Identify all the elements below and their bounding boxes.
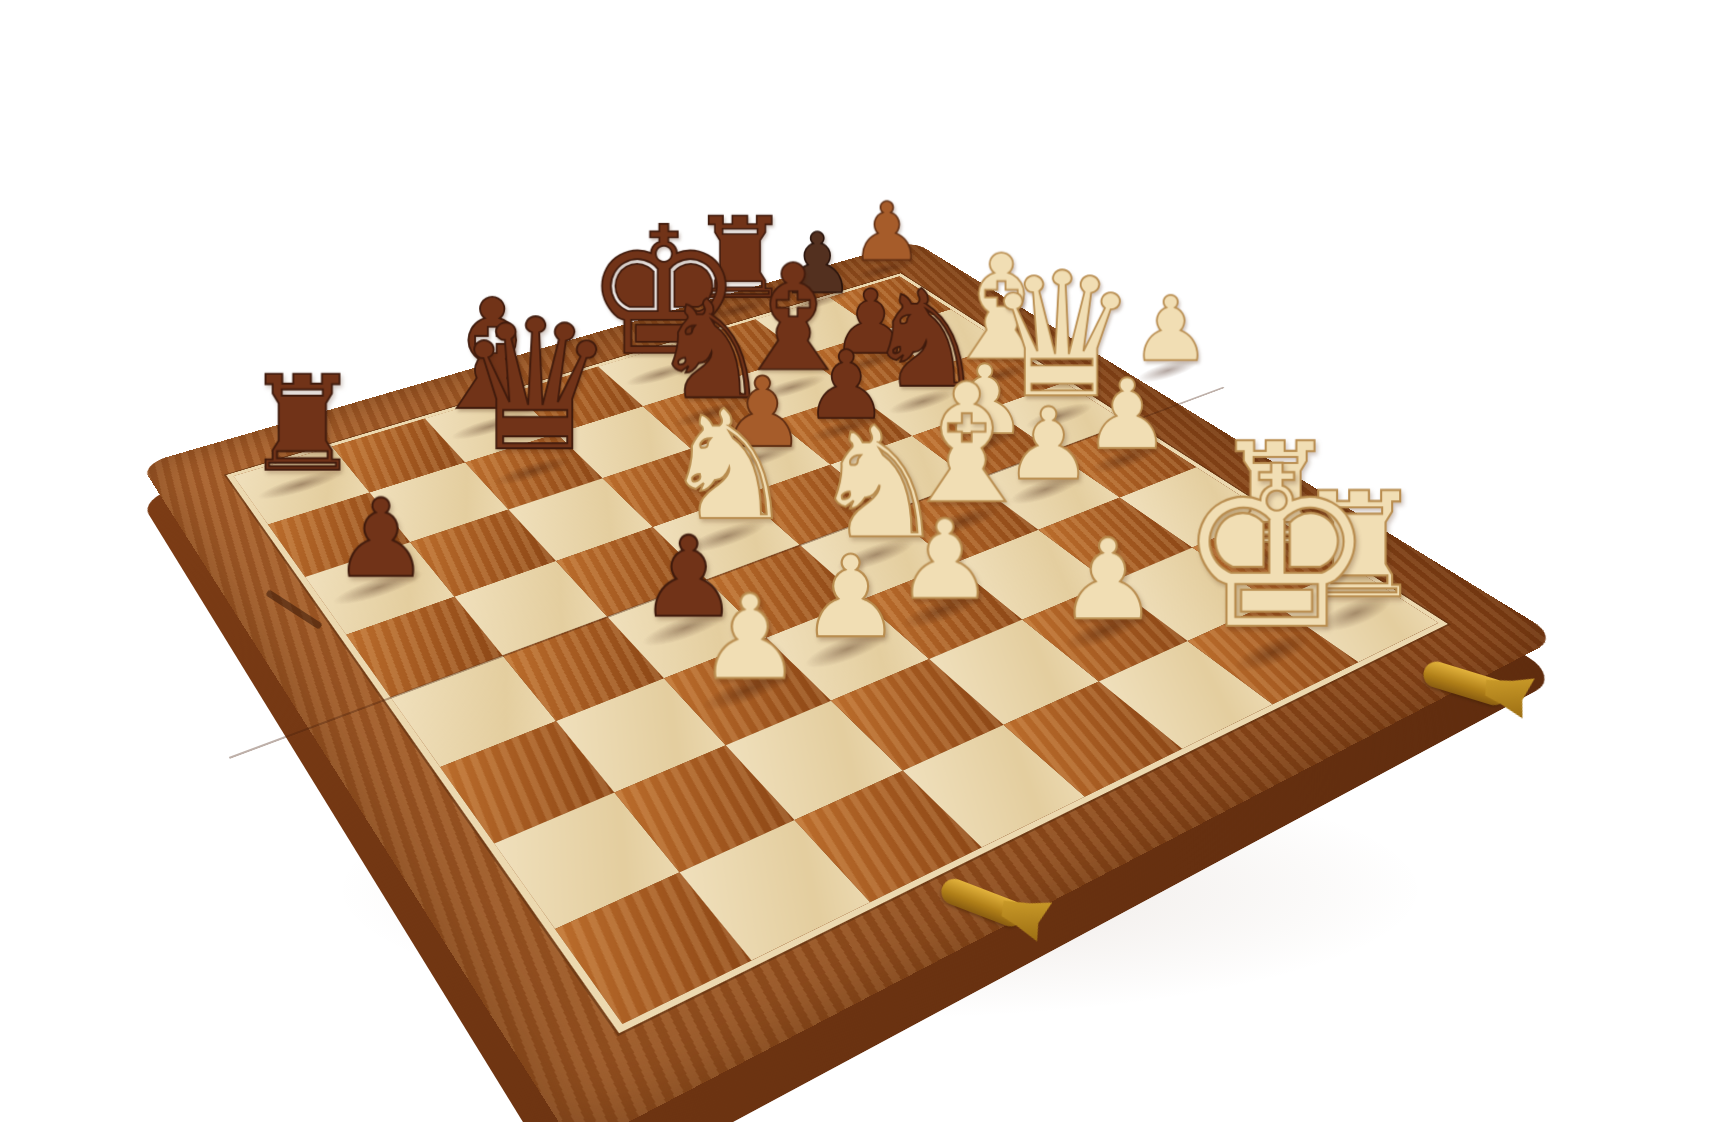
folding-chessboard: ♜♝♚♛♞♝♟♟♟♟♞♝♞♟♛♟♞♝♟♟♟♟♟♟♜♚♜♜♟♟♟ [141,241,1559,1122]
light-pawn-glyph: ♟ [800,544,901,651]
light-pawn-glyph: ♟ [698,582,802,693]
light-pawn-glyph: ♟ [896,509,994,613]
pieces-layer: ♜♝♚♛♞♝♟♟♟♟♞♝♞♟♛♟♞♝♟♟♟♟♟♟♜♚♜♜♟♟♟ [141,241,1559,1122]
chess-set-photo: ♜♝♚♛♞♝♟♟♟♟♞♝♞♟♛♟♞♝♟♟♟♟♟♟♜♚♜♜♟♟♟ [0,0,1729,1122]
dark-queen-glyph: ♛ [455,301,617,473]
dark-rook-glyph: ♜ [244,362,362,487]
board-frame: ♜♝♚♛♞♝♟♟♟♟♞♝♞♟♛♟♞♝♟♟♟♟♟♟♜♚♜♜♟♟♟ [141,241,1559,1122]
light-pawn-glyph: ♟ [1084,369,1171,461]
dark-pawn-glyph: ♟ [850,194,922,271]
light-king-glyph: ♚ [1177,443,1377,655]
dark-pawn-glyph: ♟ [333,487,430,589]
light-pawn-glyph: ♟ [1058,528,1158,634]
